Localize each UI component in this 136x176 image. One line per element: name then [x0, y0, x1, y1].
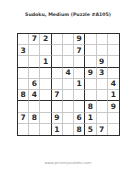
- sudoku-cell-r8c1: 7: [18, 113, 29, 124]
- sudoku-cell-r3c7: [85, 56, 96, 67]
- sudoku-cell-r9c4: 1: [52, 124, 63, 135]
- sudoku-cell-r1c7: [85, 34, 96, 45]
- sudoku-cell-r5c1: [18, 79, 29, 90]
- sudoku-cell-r7c8: [97, 101, 108, 112]
- sudoku-cell-r2c2: [29, 45, 40, 56]
- puzzle-title: Sudoku, Medium (Puzzle #A105): [15, 11, 121, 19]
- sudoku-cell-r9c7: 5: [85, 124, 96, 135]
- sudoku-cell-r2c8: [97, 45, 108, 56]
- sudoku-cell-r3c5: [63, 56, 74, 67]
- sudoku-cell-r9c3: [40, 124, 51, 135]
- sudoku-cell-r6c2: 4: [29, 90, 40, 101]
- sudoku-cell-r8c3: [40, 113, 51, 124]
- sudoku-cell-r2c9: [108, 45, 119, 56]
- sudoku-cell-r6c9: 1: [108, 90, 119, 101]
- sudoku-cell-r8c9: [108, 113, 119, 124]
- sudoku-cell-r6c8: [97, 90, 108, 101]
- sudoku-cell-r2c5: [63, 45, 74, 56]
- sudoku-cell-r3c8: 9: [97, 56, 108, 67]
- sudoku-cell-r7c4: [52, 101, 63, 112]
- sudoku-cell-r1c4: [52, 34, 63, 45]
- sudoku-cell-r1c3: 2: [40, 34, 51, 45]
- sudoku-cell-r9c6: 8: [74, 124, 85, 135]
- sudoku-cell-r4c3: [40, 68, 51, 79]
- sudoku-cell-r4c7: 9: [85, 68, 96, 79]
- sudoku-cell-r8c6: 6: [74, 113, 85, 124]
- sudoku-cell-r6c5: [63, 90, 74, 101]
- sudoku-cell-r5c9: 4: [108, 79, 119, 90]
- sudoku-cell-r7c9: 9: [108, 101, 119, 112]
- sudoku-cell-r3c4: [52, 56, 63, 67]
- sudoku-cell-r4c6: [74, 68, 85, 79]
- sudoku-cell-r6c1: 8: [18, 90, 29, 101]
- sudoku-cell-r8c8: [97, 113, 108, 124]
- sudoku-cell-r6c7: [85, 90, 96, 101]
- sudoku-cell-r5c5: [63, 79, 74, 90]
- sudoku-cell-r5c3: [40, 79, 51, 90]
- sudoku-cell-r2c4: [52, 45, 63, 56]
- sudoku-page: { "game": "sudoku", "header": { "title":…: [0, 0, 136, 176]
- sudoku-cell-r4c4: [52, 68, 63, 79]
- sudoku-cell-r2c7: [85, 45, 96, 56]
- sudoku-cell-r4c8: 3: [97, 68, 108, 79]
- sudoku-cell-r5c6: 1: [74, 79, 85, 90]
- sudoku-cell-r4c9: [108, 68, 119, 79]
- footer-url: www.printmysudoku.com: [26, 160, 110, 165]
- sudoku-cell-r8c5: [63, 113, 74, 124]
- sudoku-cell-r9c2: [29, 124, 40, 135]
- sudoku-cell-r9c5: [63, 124, 74, 135]
- sudoku-cell-r5c7: [85, 79, 96, 90]
- sudoku-cell-r6c3: [40, 90, 51, 101]
- sudoku-cell-r7c5: [63, 101, 74, 112]
- sudoku-cell-r2c3: [40, 45, 51, 56]
- sudoku-cell-r1c8: [97, 34, 108, 45]
- sudoku-cell-r3c1: [18, 56, 29, 67]
- sudoku-cell-r3c2: [29, 56, 40, 67]
- sudoku-cell-r5c4: [52, 79, 63, 90]
- sudoku-cell-r9c1: [18, 124, 29, 135]
- sudoku-cell-r2c6: 7: [74, 45, 85, 56]
- sudoku-cell-r1c9: [108, 34, 119, 45]
- sudoku-cell-r7c1: [18, 101, 29, 112]
- sudoku-cell-r3c9: [108, 56, 119, 67]
- sudoku-cell-r5c2: 6: [29, 79, 40, 90]
- sudoku-cell-r3c6: [74, 56, 85, 67]
- sudoku-cell-r4c1: [18, 68, 29, 79]
- sudoku-cell-r8c7: 1: [85, 113, 96, 124]
- sudoku-cell-r9c8: 7: [97, 124, 108, 135]
- sudoku-cell-r4c2: [29, 68, 40, 79]
- sudoku-cell-r6c6: [74, 90, 85, 101]
- sudoku-cell-r8c2: 8: [29, 113, 40, 124]
- sudoku-cell-r6c4: 7: [52, 90, 63, 101]
- sudoku-cell-r8c4: 9: [52, 113, 63, 124]
- sudoku-board: 7293719493614847189789611857: [17, 33, 120, 136]
- sudoku-cell-r1c2: 7: [29, 34, 40, 45]
- sudoku-cell-r3c3: 1: [40, 56, 51, 67]
- sudoku-cell-r1c1: [18, 34, 29, 45]
- sudoku-cell-r2c1: 3: [18, 45, 29, 56]
- sudoku-cell-r9c9: [108, 124, 119, 135]
- sudoku-cell-r1c5: [63, 34, 74, 45]
- sudoku-cell-r7c2: [29, 101, 40, 112]
- sudoku-cell-r7c7: 8: [85, 101, 96, 112]
- sudoku-cell-r5c8: [97, 79, 108, 90]
- sudoku-cell-r7c6: [74, 101, 85, 112]
- sudoku-cell-r4c5: 4: [63, 68, 74, 79]
- sudoku-cell-r1c6: 9: [74, 34, 85, 45]
- sudoku-cell-r7c3: [40, 101, 51, 112]
